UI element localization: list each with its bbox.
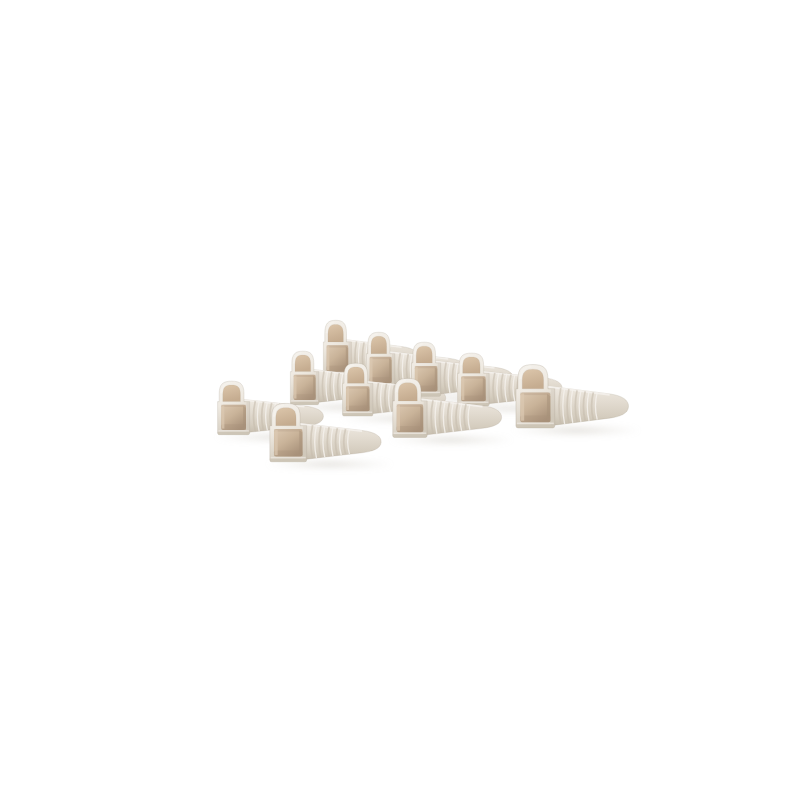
- opening-left-wall: [274, 430, 277, 455]
- opening-top-shade: [274, 429, 303, 431]
- opening-left-wall: [294, 376, 296, 399]
- bottom-lip-highlight: [271, 457, 306, 459]
- opening-left-wall: [222, 406, 225, 429]
- face-bottom-shade: [516, 425, 555, 428]
- dome-interior: [347, 367, 364, 383]
- dome-interior: [328, 324, 343, 341]
- bottom-lip-highlight: [394, 432, 427, 434]
- product-photo: [0, 0, 800, 800]
- face-bottom-shade: [393, 434, 427, 437]
- opening-left-wall: [397, 405, 400, 430]
- opening-floor-shade: [274, 450, 303, 456]
- opening-top-shade: [370, 357, 392, 359]
- dome-interior: [276, 408, 296, 426]
- face-bottom-shade: [218, 432, 250, 435]
- face-right-shade: [246, 402, 249, 432]
- face-bottom-shade: [343, 413, 373, 416]
- opening-floor-shade: [221, 424, 246, 430]
- photo-svg: [0, 0, 800, 800]
- opening-top-shade: [461, 376, 485, 378]
- face-bottom-shade: [290, 402, 318, 405]
- dome-interior: [371, 336, 387, 353]
- face-right-shade: [438, 363, 441, 394]
- dome-interior: [416, 346, 432, 363]
- bottom-lip-highlight: [291, 400, 318, 401]
- opening-top-shade: [221, 405, 246, 407]
- dome-interior: [398, 383, 417, 401]
- opening-left-wall: [462, 377, 465, 400]
- face-right-shade: [392, 354, 395, 386]
- bottom-lip-highlight: [343, 412, 372, 413]
- opening-top-shade: [397, 404, 424, 406]
- opening-top-shade: [346, 386, 370, 388]
- face-right-shade: [303, 426, 307, 459]
- dome-interior: [295, 355, 311, 372]
- dome-interior: [463, 357, 480, 373]
- opening-top-shade: [327, 345, 349, 347]
- face-right-shade: [551, 389, 555, 425]
- opening-left-wall: [370, 358, 372, 382]
- face-right-shade: [486, 374, 489, 404]
- opening-top-shade: [520, 392, 550, 395]
- opening-floor-shade: [346, 406, 370, 412]
- face-bottom-shade: [270, 459, 307, 462]
- face-right-shade: [424, 401, 427, 435]
- face-right-shade: [316, 372, 319, 402]
- opening-top-shade: [415, 366, 438, 368]
- opening-floor-shade: [294, 394, 316, 400]
- opening-left-wall: [327, 346, 329, 370]
- face-right-shade: [370, 384, 373, 414]
- opening-floor-shade: [461, 396, 485, 402]
- opening-left-wall: [521, 393, 524, 420]
- bottom-lip-highlight: [458, 402, 488, 403]
- dome-interior: [522, 369, 543, 389]
- opening-top-shade: [294, 375, 316, 377]
- bottom-lip-highlight: [218, 430, 248, 431]
- bottom-lip-highlight: [517, 423, 554, 425]
- opening-floor-shade: [397, 426, 424, 432]
- opening-left-wall: [346, 387, 349, 410]
- opening-floor-shade: [520, 416, 550, 423]
- dome-interior: [223, 385, 241, 402]
